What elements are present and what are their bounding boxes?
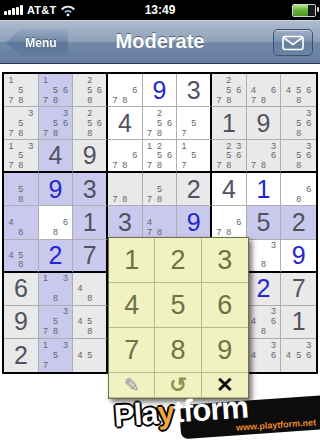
candidate-marks: 15678 bbox=[39, 74, 73, 106]
cell-r1c3[interactable]: 2568 bbox=[73, 74, 108, 107]
cell-r6c2[interactable]: 2 bbox=[39, 240, 74, 273]
pad-key-5[interactable]: 5 bbox=[155, 283, 201, 328]
pad-key-6[interactable]: 6 bbox=[202, 283, 248, 328]
user-digit: 9 bbox=[153, 78, 167, 103]
cell-r8c9[interactable]: 1 bbox=[281, 306, 316, 339]
given-digit: 6 bbox=[14, 276, 28, 301]
cell-r5c9[interactable]: 2 bbox=[281, 206, 316, 239]
watermark-pla: Pla bbox=[113, 396, 159, 434]
battery-nub bbox=[317, 7, 319, 12]
candidate-marks: 578 bbox=[143, 173, 177, 205]
user-digit: 9 bbox=[292, 243, 306, 268]
given-digit: 7 bbox=[292, 276, 306, 301]
given-digit: 3 bbox=[118, 210, 132, 235]
pad-key-9[interactable]: 9 bbox=[202, 328, 248, 373]
cell-r5c5[interactable]: 478 bbox=[143, 206, 178, 239]
cell-r1c1[interactable]: 1578 bbox=[4, 74, 39, 107]
cell-r9c8[interactable]: 346 bbox=[247, 339, 282, 372]
pad-key-3[interactable]: 3 bbox=[202, 238, 248, 283]
cell-r4c1[interactable]: 58 bbox=[4, 173, 39, 206]
clock: 13:49 bbox=[0, 3, 320, 17]
user-digit: 9 bbox=[187, 210, 201, 235]
cell-r3c4[interactable]: 678 bbox=[108, 140, 143, 173]
given-digit: 9 bbox=[83, 143, 97, 168]
cell-r4c8[interactable]: 1 bbox=[247, 173, 282, 206]
cell-r6c9[interactable]: 9 bbox=[281, 240, 316, 273]
cell-r4c2[interactable]: 9 bbox=[39, 173, 74, 206]
candidate-marks: 48 bbox=[4, 206, 38, 238]
cell-r7c1[interactable]: 6 bbox=[4, 273, 39, 306]
cell-r8c3[interactable]: 458 bbox=[73, 306, 108, 339]
page-title: Moderate bbox=[0, 30, 320, 53]
cell-r1c4[interactable]: 678 bbox=[108, 74, 143, 107]
cell-r5c2[interactable]: 68 bbox=[39, 206, 74, 239]
given-digit: 1 bbox=[292, 309, 306, 334]
pencil-icon[interactable]: ✎ bbox=[109, 373, 155, 398]
cell-r9c2[interactable]: 1357 bbox=[39, 339, 74, 372]
cell-r7c3[interactable]: 48 bbox=[73, 273, 108, 306]
cell-r5c1[interactable]: 48 bbox=[4, 206, 39, 239]
candidate-marks: 78 bbox=[108, 173, 142, 205]
cell-r3c2[interactable]: 4 bbox=[39, 140, 74, 173]
candidate-marks: 346 bbox=[247, 339, 281, 372]
candidate-marks: 3568 bbox=[281, 140, 316, 171]
battery-icon bbox=[292, 4, 316, 17]
given-digit: 9 bbox=[14, 309, 28, 334]
cell-r4c5[interactable]: 578 bbox=[143, 173, 178, 206]
cell-r6c8[interactable]: 38 bbox=[247, 240, 282, 273]
candidate-marks: 25678 bbox=[143, 107, 177, 139]
cell-r2c8[interactable]: 9 bbox=[247, 107, 282, 140]
cell-r3c9[interactable]: 3568 bbox=[281, 140, 316, 173]
number-pad-popup: 1 2 3 4 5 6 7 8 9 ✎ ↺ ✕ bbox=[108, 237, 249, 399]
given-digit: 7 bbox=[83, 243, 97, 268]
cell-r1c7[interactable]: 25678 bbox=[212, 74, 247, 107]
candidate-marks: 48 bbox=[73, 273, 106, 305]
candidate-marks: 3456 bbox=[281, 339, 316, 372]
cell-r6c3[interactable]: 7 bbox=[73, 240, 108, 273]
cell-r2c4[interactable]: 4 bbox=[108, 107, 143, 140]
candidate-marks: 138 bbox=[39, 273, 73, 305]
cell-r3c7[interactable]: 235678 bbox=[212, 140, 247, 173]
candidate-marks: 2568 bbox=[73, 107, 106, 139]
cell-r8c1[interactable]: 9 bbox=[4, 306, 39, 339]
watermark-y: y bbox=[156, 395, 175, 431]
cell-r1c5[interactable]: 9 bbox=[143, 74, 178, 107]
pad-key-8[interactable]: 8 bbox=[155, 328, 201, 373]
given-digit: 9 bbox=[257, 111, 271, 136]
candidate-marks: 38 bbox=[247, 240, 281, 271]
candidate-marks: 678 bbox=[212, 206, 246, 238]
cell-r9c9[interactable]: 3456 bbox=[281, 339, 316, 372]
candidate-marks: 678 bbox=[108, 74, 142, 106]
close-icon[interactable]: ✕ bbox=[202, 373, 248, 398]
watermark-background bbox=[179, 395, 320, 439]
mail-button[interactable] bbox=[273, 29, 313, 56]
cell-r2c5[interactable]: 25678 bbox=[143, 107, 178, 140]
candidate-marks: 478 bbox=[143, 206, 177, 238]
pad-key-7[interactable]: 7 bbox=[109, 328, 155, 373]
cell-r3c3[interactable]: 9 bbox=[73, 140, 108, 173]
navigation-bar: Menu Moderate bbox=[0, 20, 320, 64]
candidate-marks: 58 bbox=[4, 173, 38, 205]
cell-r1c2[interactable]: 15678 bbox=[39, 74, 74, 107]
given-digit: 2 bbox=[292, 210, 306, 235]
user-digit: 9 bbox=[49, 177, 63, 202]
cell-r1c6[interactable]: 3 bbox=[177, 74, 212, 107]
cell-r2c6[interactable]: 57 bbox=[177, 107, 212, 140]
watermark-url: www.playtform.net bbox=[236, 417, 317, 433]
candidate-marks: 57 bbox=[177, 107, 210, 139]
cell-r2c9[interactable]: 3568 bbox=[281, 107, 316, 140]
status-bar: AT&T 13:49 bbox=[0, 0, 320, 20]
candidate-marks: 235678 bbox=[212, 140, 246, 171]
candidate-marks: 3578 bbox=[39, 306, 73, 338]
cell-r4c4[interactable]: 78 bbox=[108, 173, 143, 206]
cell-r5c7[interactable]: 678 bbox=[212, 206, 247, 239]
candidate-marks: 458 bbox=[73, 306, 106, 338]
cell-r1c8[interactable]: 4678 bbox=[247, 74, 282, 107]
user-digit: 1 bbox=[257, 177, 271, 202]
candidate-marks: 4568 bbox=[281, 74, 316, 106]
cell-r3c5[interactable]: 125678 bbox=[143, 140, 178, 173]
candidate-marks: 1357 bbox=[39, 339, 73, 372]
cell-r2c2[interactable]: 35678 bbox=[39, 107, 74, 140]
given-digit: 3 bbox=[187, 78, 201, 103]
user-digit: 2 bbox=[257, 276, 271, 301]
cell-r5c3[interactable]: 1 bbox=[73, 206, 108, 239]
playtform-watermark: Playtform www.playtform.net bbox=[110, 394, 320, 442]
cell-r3c6[interactable]: 157 bbox=[177, 140, 212, 173]
candidate-marks: 157 bbox=[177, 140, 210, 171]
given-digit: 4 bbox=[222, 177, 236, 202]
envelope-icon bbox=[282, 35, 304, 51]
given-digit: 2 bbox=[14, 343, 28, 368]
cell-r3c8[interactable]: 3678 bbox=[247, 140, 282, 173]
given-digit: 2 bbox=[187, 177, 201, 202]
candidate-marks: 35678 bbox=[39, 107, 73, 139]
cell-r4c6[interactable]: 2 bbox=[177, 173, 212, 206]
given-digit: 3 bbox=[83, 177, 97, 202]
cell-r4c3[interactable]: 3 bbox=[73, 173, 108, 206]
cell-r2c7[interactable]: 1 bbox=[212, 107, 247, 140]
candidate-marks: 458 bbox=[4, 240, 38, 271]
candidate-marks: 3678 bbox=[247, 140, 281, 171]
candidate-marks: 25678 bbox=[212, 74, 246, 106]
candidate-marks: 1578 bbox=[4, 74, 38, 106]
candidate-marks: 3468 bbox=[247, 306, 281, 338]
cell-r6c1[interactable]: 458 bbox=[4, 240, 39, 273]
candidate-marks: 3578 bbox=[4, 107, 38, 139]
cell-r7c8[interactable]: 2 bbox=[247, 273, 282, 306]
cell-r2c3[interactable]: 2568 bbox=[73, 107, 108, 140]
cell-r5c8[interactable]: 5 bbox=[247, 206, 282, 239]
candidate-marks: 3568 bbox=[281, 107, 316, 139]
cell-r8c2[interactable]: 3578 bbox=[39, 306, 74, 339]
pad-key-2[interactable]: 2 bbox=[155, 238, 201, 283]
cell-r7c2[interactable]: 138 bbox=[39, 273, 74, 306]
cell-r3c1[interactable]: 13578 bbox=[4, 140, 39, 173]
given-digit: 1 bbox=[83, 210, 97, 235]
candidate-marks: 68 bbox=[39, 206, 73, 238]
given-digit: 4 bbox=[49, 143, 63, 168]
candidate-marks: 4678 bbox=[247, 74, 281, 106]
cell-r5c6[interactable]: 9 bbox=[177, 206, 212, 239]
user-digit: 2 bbox=[49, 243, 63, 268]
pad-key-1[interactable]: 1 bbox=[109, 238, 155, 283]
cell-r5c4[interactable]: 3 bbox=[108, 206, 143, 239]
candidate-marks: 2568 bbox=[73, 74, 106, 106]
cell-r9c3[interactable]: 45 bbox=[73, 339, 108, 372]
candidate-marks: 678 bbox=[108, 140, 142, 171]
candidate-marks: 68 bbox=[281, 173, 316, 205]
cell-r4c7[interactable]: 4 bbox=[212, 173, 247, 206]
cell-r4c9[interactable]: 68 bbox=[281, 173, 316, 206]
undo-icon[interactable]: ↺ bbox=[155, 373, 201, 398]
cell-r8c8[interactable]: 3468 bbox=[247, 306, 282, 339]
given-digit: 5 bbox=[257, 210, 271, 235]
cell-r7c9[interactable]: 7 bbox=[281, 273, 316, 306]
cell-r1c9[interactable]: 4568 bbox=[281, 74, 316, 107]
candidate-marks: 45 bbox=[73, 339, 106, 372]
pad-key-4[interactable]: 4 bbox=[109, 283, 155, 328]
given-digit: 4 bbox=[118, 111, 132, 136]
cell-r9c1[interactable]: 2 bbox=[4, 339, 39, 372]
cell-r2c1[interactable]: 3578 bbox=[4, 107, 39, 140]
candidate-marks: 125678 bbox=[143, 140, 177, 171]
candidate-marks: 13578 bbox=[4, 140, 38, 171]
given-digit: 1 bbox=[222, 111, 236, 136]
